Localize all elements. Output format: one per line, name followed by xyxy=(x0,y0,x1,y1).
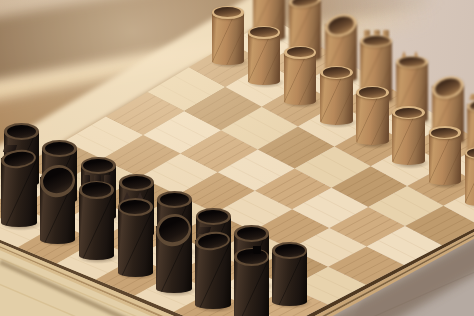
piece-black-bishop-c8[interactable] xyxy=(156,218,191,293)
tube-body xyxy=(429,132,461,185)
piece-white-pawn-f2[interactable] xyxy=(284,46,316,105)
piece-black-knight-g8[interactable] xyxy=(1,150,36,227)
piece-white-pawn-e2[interactable] xyxy=(320,66,352,125)
tube-rim xyxy=(356,86,388,99)
tube-rim xyxy=(212,6,244,19)
tube-opening xyxy=(323,67,350,77)
piece-black-bishop-f8[interactable] xyxy=(40,169,75,244)
tube-rim xyxy=(234,248,269,266)
tube-body xyxy=(212,12,244,65)
photo-scene xyxy=(0,0,474,316)
tube-body xyxy=(284,52,316,105)
tube-body xyxy=(195,240,230,309)
tube-opening xyxy=(45,142,74,156)
tube-opening xyxy=(250,27,277,37)
tube-opening xyxy=(120,200,150,214)
tube-opening xyxy=(214,7,241,17)
tube-opening xyxy=(275,244,304,258)
tube-rim xyxy=(79,181,114,199)
tube-body xyxy=(392,112,424,165)
tube-rim xyxy=(81,157,116,174)
tube-body xyxy=(465,152,474,205)
piece-white-pawn-g2[interactable] xyxy=(248,26,280,85)
piece-black-pawn-a7[interactable] xyxy=(272,242,307,306)
tube-opening xyxy=(237,227,266,241)
tube-opening xyxy=(40,164,76,196)
piece-black-queen-d8[interactable] xyxy=(118,198,153,277)
tube-body xyxy=(356,92,388,145)
tube-rim xyxy=(320,66,352,79)
tube-rim xyxy=(196,208,231,225)
tube-opening xyxy=(198,210,227,224)
tube-body xyxy=(320,72,352,125)
tube-opening xyxy=(160,193,189,207)
tube-rim xyxy=(248,26,280,39)
tube-opening xyxy=(359,87,386,97)
piece-black-king-e8[interactable] xyxy=(79,181,114,260)
tube-opening xyxy=(122,176,151,190)
piece-white-pawn-d2[interactable] xyxy=(356,86,388,145)
tube-opening xyxy=(83,159,112,173)
tube-opening xyxy=(7,125,36,139)
tube-body xyxy=(79,189,114,260)
tube-opening xyxy=(237,249,267,263)
tube-body xyxy=(118,206,153,277)
piece-black-rook-a8[interactable] xyxy=(234,248,269,316)
tube-body xyxy=(248,32,280,85)
tube-opening xyxy=(287,47,314,57)
tube-opening xyxy=(399,57,426,67)
tube-opening xyxy=(467,148,474,158)
piece-black-knight-b8[interactable] xyxy=(195,232,230,309)
tube-rim xyxy=(4,123,39,140)
piece-white-pawn-a2[interactable] xyxy=(465,147,474,206)
tube-opening xyxy=(431,128,458,138)
tube-opening xyxy=(82,182,112,196)
tube-opening xyxy=(363,36,390,46)
piece-white-pawn-h2[interactable] xyxy=(212,6,244,65)
piece-white-pawn-c2[interactable] xyxy=(392,106,424,165)
tube-rim xyxy=(118,198,153,216)
rook-notch xyxy=(253,246,261,253)
tube-rim xyxy=(284,46,316,59)
piece-white-pawn-b2[interactable] xyxy=(429,126,461,185)
tube-body xyxy=(1,158,36,227)
tube-opening xyxy=(395,108,422,118)
